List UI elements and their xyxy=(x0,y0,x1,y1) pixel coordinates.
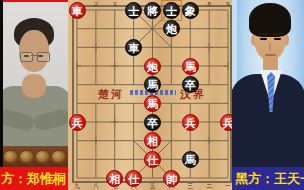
piece-black-車[interactable]: 車 xyxy=(125,39,142,56)
table-with-pieces xyxy=(0,146,68,167)
black-player-eye xyxy=(260,38,267,40)
black-player-photo: 黑方：王天一 xyxy=(232,0,304,190)
file-number-bottom: 五 xyxy=(148,182,158,190)
piece-red-仕[interactable]: 仕 xyxy=(125,170,142,187)
glasses-icon xyxy=(20,52,33,62)
black-player-hair xyxy=(249,3,291,37)
piece-black-卒[interactable]: 卒 xyxy=(182,76,199,93)
red-player-banner: 方：郑惟桐 xyxy=(0,167,68,190)
file-number-bottom: 一 xyxy=(223,182,232,190)
wooden-piece xyxy=(18,149,35,164)
red-player-hands xyxy=(22,74,46,98)
file-number-top: 3 xyxy=(110,1,120,7)
glasses-icon xyxy=(37,52,50,62)
black-player-eye xyxy=(274,38,281,40)
file-number-bottom: 九 xyxy=(72,182,82,190)
broadcast-frame: 方：郑惟桐 楚河 汉界 123456789 九八七六五四三二一 車士將士象炮車炮… xyxy=(0,0,304,190)
piece-black-將[interactable]: 將 xyxy=(144,2,161,19)
piece-red-兵[interactable]: 兵 xyxy=(69,114,86,131)
piece-black-馬[interactable]: 馬 xyxy=(182,151,199,168)
piece-red-仕[interactable]: 仕 xyxy=(144,151,161,168)
black-player-mouth xyxy=(265,54,276,56)
piece-black-炮[interactable]: 炮 xyxy=(163,20,180,37)
piece-black-象[interactable]: 象 xyxy=(182,2,199,19)
piece-red-車[interactable]: 車 xyxy=(69,2,86,19)
glasses-bridge xyxy=(31,55,37,56)
red-player-photo: 方：郑惟桐 xyxy=(0,0,68,190)
file-number-top: 9 xyxy=(223,1,232,7)
piece-red-相[interactable]: 相 xyxy=(106,170,123,187)
piece-red-兵[interactable]: 兵 xyxy=(220,114,233,131)
piece-red-馬[interactable]: 馬 xyxy=(144,95,161,112)
black-player-nose xyxy=(269,43,271,51)
piece-black-士[interactable]: 士 xyxy=(125,2,142,19)
river-label-chuhe: 楚河 xyxy=(98,87,124,102)
xiangqi-board: 楚河 汉界 123456789 九八七六五四三二一 車士將士象炮車炮馬馬卒馬兵卒… xyxy=(68,0,232,190)
file-number-bottom: 二 xyxy=(204,182,214,190)
wooden-piece xyxy=(2,149,19,164)
black-player-eyebrow xyxy=(273,33,282,35)
piece-red-帥[interactable]: 帥 xyxy=(163,170,180,187)
file-number-bottom: 三 xyxy=(185,182,195,190)
file-number-top: 2 xyxy=(91,1,101,7)
piece-red-炮[interactable]: 炮 xyxy=(144,58,161,75)
wooden-piece xyxy=(34,149,51,164)
file-number-bottom: 八 xyxy=(91,182,101,190)
file-number-top: 8 xyxy=(204,1,214,7)
wooden-piece xyxy=(50,149,67,164)
black-player-banner: 黑方：王天一 xyxy=(232,167,304,190)
black-player-eyebrow xyxy=(259,33,268,35)
piece-red-馬[interactable]: 馬 xyxy=(182,58,199,75)
top-red-line xyxy=(3,0,68,2)
left-black-edge xyxy=(0,0,3,190)
piece-black-卒[interactable]: 卒 xyxy=(144,114,161,131)
red-player-face xyxy=(19,30,49,72)
piece-black-士[interactable]: 士 xyxy=(163,2,180,19)
piece-red-兵[interactable]: 兵 xyxy=(182,114,199,131)
